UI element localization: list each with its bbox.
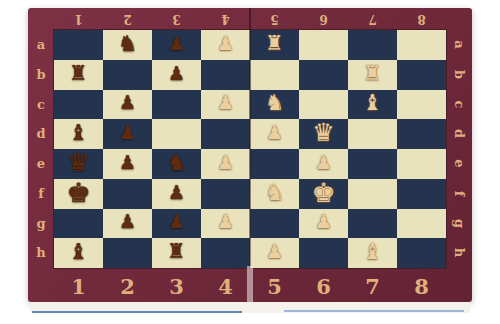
- label-right-b: b: [445, 61, 474, 87]
- label-bottom-4: 4: [201, 274, 250, 299]
- square-f5[interactable]: ♞: [250, 179, 299, 209]
- label-left-b: b: [28, 60, 54, 89]
- label-bottom-7: 7: [348, 274, 397, 299]
- square-e6[interactable]: ♟: [299, 149, 348, 179]
- square-h2[interactable]: [103, 238, 152, 268]
- square-e7[interactable]: [348, 149, 397, 179]
- square-f1[interactable]: ♚: [54, 179, 103, 209]
- label-bottom-5: 5: [250, 274, 299, 299]
- label-top-3: 3: [152, 12, 201, 26]
- square-h3[interactable]: ♜: [152, 238, 201, 268]
- square-c2[interactable]: ♟: [103, 90, 152, 120]
- label-right-d: d: [445, 121, 474, 147]
- piece-white-king-f6[interactable]: ♚: [311, 179, 335, 206]
- square-g1[interactable]: [54, 209, 103, 239]
- square-g4[interactable]: ♟: [201, 209, 250, 239]
- label-left-f: f: [28, 179, 54, 208]
- piece-black-knight-a2[interactable]: ♞: [118, 33, 138, 55]
- board-fold-seam: [249, 8, 251, 302]
- square-h1[interactable]: ♝: [54, 238, 103, 268]
- label-left-a: a: [28, 30, 54, 59]
- label-bottom-6: 6: [299, 274, 348, 299]
- square-a7[interactable]: [348, 30, 397, 60]
- label-right-e: e: [445, 151, 474, 177]
- square-f6[interactable]: ♚: [299, 179, 348, 209]
- square-a1[interactable]: [54, 30, 103, 60]
- piece-white-rook-a5[interactable]: ♜: [265, 33, 284, 54]
- square-f4[interactable]: [201, 179, 250, 209]
- piece-white-pawn-d5[interactable]: ♟: [266, 123, 283, 142]
- square-d5[interactable]: ♟: [250, 119, 299, 149]
- square-e8[interactable]: [397, 149, 446, 179]
- piece-black-king-f1[interactable]: ♚: [66, 179, 90, 206]
- piece-black-pawn-e2[interactable]: ♟: [119, 153, 136, 172]
- label-bottom-1: 1: [54, 274, 103, 299]
- square-f2[interactable]: [103, 179, 152, 209]
- square-e5[interactable]: [250, 149, 299, 179]
- square-f3[interactable]: ♟: [152, 179, 201, 209]
- piece-black-pawn-g3[interactable]: ♟: [168, 213, 185, 232]
- piece-white-bishop-c7[interactable]: ♝: [363, 92, 383, 114]
- piece-black-bishop-d1[interactable]: ♝: [69, 122, 89, 144]
- square-c8[interactable]: [397, 90, 446, 120]
- square-b2[interactable]: [103, 60, 152, 90]
- edge-blue-line-right: [284, 310, 464, 312]
- square-d4[interactable]: [201, 119, 250, 149]
- label-top-5: 5: [250, 12, 299, 26]
- square-a2[interactable]: ♞: [103, 30, 152, 60]
- label-top-7: 7: [348, 12, 397, 26]
- square-g7[interactable]: [348, 209, 397, 239]
- piece-black-bishop-h1[interactable]: ♝: [69, 241, 89, 263]
- square-b7[interactable]: ♜: [348, 60, 397, 90]
- piece-black-pawn-f3[interactable]: ♟: [168, 183, 185, 202]
- square-a5[interactable]: ♜: [250, 30, 299, 60]
- square-e3[interactable]: ♞: [152, 149, 201, 179]
- square-f8[interactable]: [397, 179, 446, 209]
- square-c5[interactable]: ♞: [250, 90, 299, 120]
- square-h7[interactable]: ♝: [348, 238, 397, 268]
- square-a3[interactable]: ♟: [152, 30, 201, 60]
- square-c6[interactable]: [299, 90, 348, 120]
- label-right-g: g: [445, 210, 474, 236]
- square-g6[interactable]: ♟: [299, 209, 348, 239]
- label-top-6: 6: [299, 12, 348, 26]
- square-h5[interactable]: ♟: [250, 238, 299, 268]
- piece-black-queen-e1[interactable]: ♛: [67, 150, 89, 175]
- square-b1[interactable]: ♜: [54, 60, 103, 90]
- product-photo-stage: ♞♟♟♜♜♟♜♟♟♞♝♝♟♟♛♛♟♞♟♟♚♟♞♚♟♟♟♟♝♜♟♝ 1234567…: [0, 0, 500, 324]
- square-e1[interactable]: ♛: [54, 149, 103, 179]
- square-d8[interactable]: [397, 119, 446, 149]
- label-left-d: d: [28, 119, 54, 148]
- piece-white-pawn-h5[interactable]: ♟: [266, 242, 283, 261]
- square-b5[interactable]: [250, 60, 299, 90]
- piece-white-pawn-g6[interactable]: ♟: [315, 213, 332, 232]
- label-top-4: 4: [201, 12, 250, 26]
- square-g8[interactable]: [397, 209, 446, 239]
- label-bottom-3: 3: [152, 274, 201, 299]
- label-top-8: 8: [397, 12, 446, 26]
- square-d7[interactable]: [348, 119, 397, 149]
- piece-white-knight-f5[interactable]: ♞: [265, 181, 285, 203]
- label-left-h: h: [28, 238, 54, 267]
- edge-blue-line: [32, 311, 242, 313]
- label-top-1: 1: [54, 12, 103, 26]
- square-a6[interactable]: [299, 30, 348, 60]
- piece-white-knight-c5[interactable]: ♞: [265, 92, 285, 114]
- square-a8[interactable]: [397, 30, 446, 60]
- label-left-c: c: [28, 90, 54, 119]
- label-left-e: e: [28, 149, 54, 178]
- piece-white-pawn-g4[interactable]: ♟: [217, 213, 234, 232]
- piece-black-rook-b1[interactable]: ♜: [69, 63, 88, 84]
- square-a4[interactable]: ♟: [201, 30, 250, 60]
- piece-white-rook-b7[interactable]: ♜: [363, 63, 382, 84]
- piece-white-pawn-c4[interactable]: ♟: [217, 94, 234, 113]
- square-b6[interactable]: [299, 60, 348, 90]
- label-right-h: h: [445, 240, 474, 266]
- piece-black-pawn-b3[interactable]: ♟: [168, 64, 185, 83]
- square-b4[interactable]: [201, 60, 250, 90]
- piece-black-knight-e3[interactable]: ♞: [167, 152, 187, 174]
- label-bottom-8: 8: [397, 274, 446, 299]
- piece-black-pawn-c2[interactable]: ♟: [119, 94, 136, 113]
- label-top-2: 2: [103, 12, 152, 26]
- board-side-edge: [30, 302, 470, 313]
- square-h8[interactable]: [397, 238, 446, 268]
- piece-black-pawn-a3[interactable]: ♟: [168, 34, 185, 53]
- label-right-c: c: [445, 91, 474, 117]
- square-d2[interactable]: ♟: [103, 119, 152, 149]
- label-right-f: f: [445, 180, 474, 206]
- square-c4[interactable]: ♟: [201, 90, 250, 120]
- square-e4[interactable]: ♟: [201, 149, 250, 179]
- square-g3[interactable]: ♟: [152, 209, 201, 239]
- square-c3[interactable]: [152, 90, 201, 120]
- square-d6[interactable]: ♛: [299, 119, 348, 149]
- label-right-a: a: [445, 32, 474, 58]
- square-b8[interactable]: [397, 60, 446, 90]
- piece-white-pawn-e6[interactable]: ♟: [315, 153, 332, 172]
- piece-black-pawn-d2[interactable]: ♟: [119, 123, 136, 142]
- piece-white-pawn-e4[interactable]: ♟: [217, 153, 234, 172]
- piece-black-rook-h3[interactable]: ♜: [167, 241, 186, 262]
- square-h6[interactable]: [299, 238, 348, 268]
- square-g5[interactable]: [250, 209, 299, 239]
- label-bottom-2: 2: [103, 274, 152, 299]
- square-g2[interactable]: ♟: [103, 209, 152, 239]
- piece-white-pawn-a4[interactable]: ♟: [217, 34, 234, 53]
- chess-board: ♞♟♟♜♜♟♜♟♟♞♝♝♟♟♛♛♟♞♟♟♚♟♞♚♟♟♟♟♝♜♟♝ 1234567…: [28, 8, 472, 302]
- square-f7[interactable]: [348, 179, 397, 209]
- square-e2[interactable]: ♟: [103, 149, 152, 179]
- square-c7[interactable]: ♝: [348, 90, 397, 120]
- label-left-g: g: [28, 209, 54, 238]
- square-d3[interactable]: [152, 119, 201, 149]
- square-h4[interactable]: [201, 238, 250, 268]
- square-b3[interactable]: ♟: [152, 60, 201, 90]
- square-c1[interactable]: [54, 90, 103, 120]
- square-d1[interactable]: ♝: [54, 119, 103, 149]
- board-fold-gap: [247, 266, 253, 302]
- piece-white-bishop-h7[interactable]: ♝: [363, 241, 383, 263]
- piece-black-pawn-g2[interactable]: ♟: [119, 213, 136, 232]
- piece-white-queen-d6[interactable]: ♛: [312, 120, 334, 145]
